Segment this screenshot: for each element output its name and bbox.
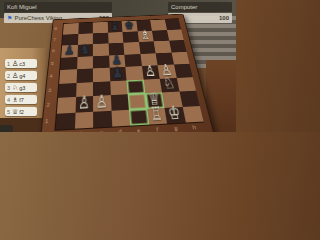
square-b4[interactable] [76, 68, 93, 82]
square-d7[interactable] [108, 32, 124, 44]
square-a6[interactable]: ♟ [61, 45, 77, 58]
square-c6[interactable] [93, 43, 109, 55]
square-e6[interactable] [123, 42, 140, 54]
square-h5[interactable] [171, 51, 189, 64]
move-piece-icon: ♕ [12, 108, 18, 115]
square-c1[interactable] [93, 110, 112, 127]
file-label-c: c [92, 129, 111, 132]
square-e3[interactable] [126, 79, 144, 94]
square-b6[interactable]: ♞ [77, 44, 93, 57]
rank-label-6: 6 [52, 45, 56, 57]
square-d8[interactable]: ♝ [107, 21, 122, 32]
file-label-g: g [166, 125, 186, 132]
square-h4[interactable] [174, 64, 193, 78]
move-square: f2 [19, 109, 24, 115]
move-square: c3 [19, 61, 25, 67]
move-piece-icon: ♗ [12, 96, 18, 103]
square-d1[interactable] [111, 109, 130, 126]
file-label-h: h [185, 124, 205, 132]
move-entry[interactable]: 2♙g4 [5, 71, 37, 80]
square-a5[interactable] [60, 57, 77, 70]
move-square: f7 [19, 97, 24, 103]
square-b5[interactable] [77, 56, 93, 69]
square-d4[interactable]: ♟ [109, 67, 126, 81]
square-c4[interactable] [93, 68, 110, 82]
black-bishop[interactable]: ♝ [107, 19, 122, 32]
move-number: 3 [7, 85, 11, 91]
black-player-name: Computer [171, 2, 197, 12]
black-pawn[interactable]: ♟ [61, 42, 77, 56]
square-h2[interactable] [179, 91, 200, 107]
rank-label-1: 1 [44, 113, 49, 130]
chess-board: ♝♚♗♟♞♟♟♙♙♘♙♙♕♖♔ abcdefgh 87654321 [39, 14, 214, 132]
square-e5[interactable] [124, 54, 141, 67]
square-e4[interactable] [125, 66, 143, 80]
clock-chip [0, 125, 13, 132]
square-a2[interactable] [57, 97, 76, 113]
white-pawn[interactable]: ♙ [93, 92, 111, 110]
move-entry[interactable]: 5♕f2 [5, 107, 37, 116]
move-entry[interactable]: 3♘g3 [5, 83, 37, 92]
square-b8[interactable] [78, 23, 93, 34]
file-label-d: d [111, 128, 130, 132]
move-number: 4 [7, 97, 11, 103]
rank-label-2: 2 [46, 97, 51, 113]
square-c8[interactable] [93, 22, 108, 33]
move-piece-icon: ♘ [12, 84, 18, 91]
black-player-rating: 100 [219, 13, 229, 23]
white-player-name: Kofi Miguel [7, 2, 37, 12]
square-a1[interactable] [56, 112, 75, 129]
file-label-b: b [73, 130, 92, 132]
board-frame: ♝♚♗♟♞♟♟♙♙♘♙♙♕♖♔ abcdefgh 87654321 [39, 14, 214, 132]
square-c2[interactable]: ♙ [93, 95, 111, 111]
move-square: g3 [19, 85, 25, 91]
square-c5[interactable] [93, 55, 109, 68]
black-knight[interactable]: ♞ [77, 42, 93, 56]
square-a8[interactable] [63, 23, 78, 34]
move-piece-icon: ♙ [12, 72, 18, 79]
pure-chess-game-screen: { "game": "chess", "position": "3bk3/5B2… [0, 0, 236, 132]
square-h8[interactable] [164, 19, 181, 30]
move-square: g4 [19, 73, 25, 79]
move-number: 1 [7, 61, 11, 67]
move-history-list: 1♙c32♙g43♘g34♗f75♕f2 [5, 59, 37, 119]
square-e8[interactable]: ♚ [122, 21, 138, 32]
rank-label-5: 5 [50, 57, 54, 70]
square-h7[interactable] [166, 29, 183, 41]
board-grid: ♝♚♗♟♞♟♟♙♙♘♙♙♕♖♔ [54, 18, 203, 131]
rank-label-8: 8 [54, 23, 58, 34]
file-label-a: a [54, 131, 73, 132]
square-b1[interactable] [74, 111, 93, 128]
square-a4[interactable] [59, 69, 76, 83]
flag-icon: ⚑ [7, 15, 12, 21]
file-label-f: f [148, 126, 168, 132]
square-h3[interactable] [176, 77, 196, 92]
move-entry[interactable]: 1♙c3 [5, 59, 37, 68]
rank-label-3: 3 [48, 83, 52, 97]
file-label-e: e [129, 127, 148, 132]
square-e2[interactable] [128, 93, 147, 109]
black-player-name-row: Computer [168, 2, 232, 12]
square-h1[interactable] [182, 106, 203, 123]
white-player-name-row: Kofi Miguel [4, 2, 112, 12]
square-a3[interactable] [58, 83, 76, 98]
move-number: 5 [7, 109, 11, 115]
white-pawn[interactable]: ♙ [75, 93, 93, 112]
rank-label-4: 4 [49, 70, 53, 84]
move-number: 2 [7, 73, 11, 79]
square-e7[interactable] [122, 31, 138, 43]
square-b2[interactable]: ♙ [75, 96, 93, 112]
move-entry[interactable]: 4♗f7 [5, 95, 37, 104]
square-e1[interactable] [129, 108, 149, 125]
black-king[interactable]: ♚ [121, 18, 137, 31]
move-piece-icon: ♙ [12, 60, 18, 67]
rank-label-7: 7 [53, 34, 57, 45]
square-h6[interactable] [169, 40, 187, 52]
black-pawn[interactable]: ♟ [109, 64, 126, 80]
square-c7[interactable] [93, 32, 108, 44]
square-d2[interactable] [110, 94, 129, 110]
square-d3[interactable] [110, 80, 128, 95]
